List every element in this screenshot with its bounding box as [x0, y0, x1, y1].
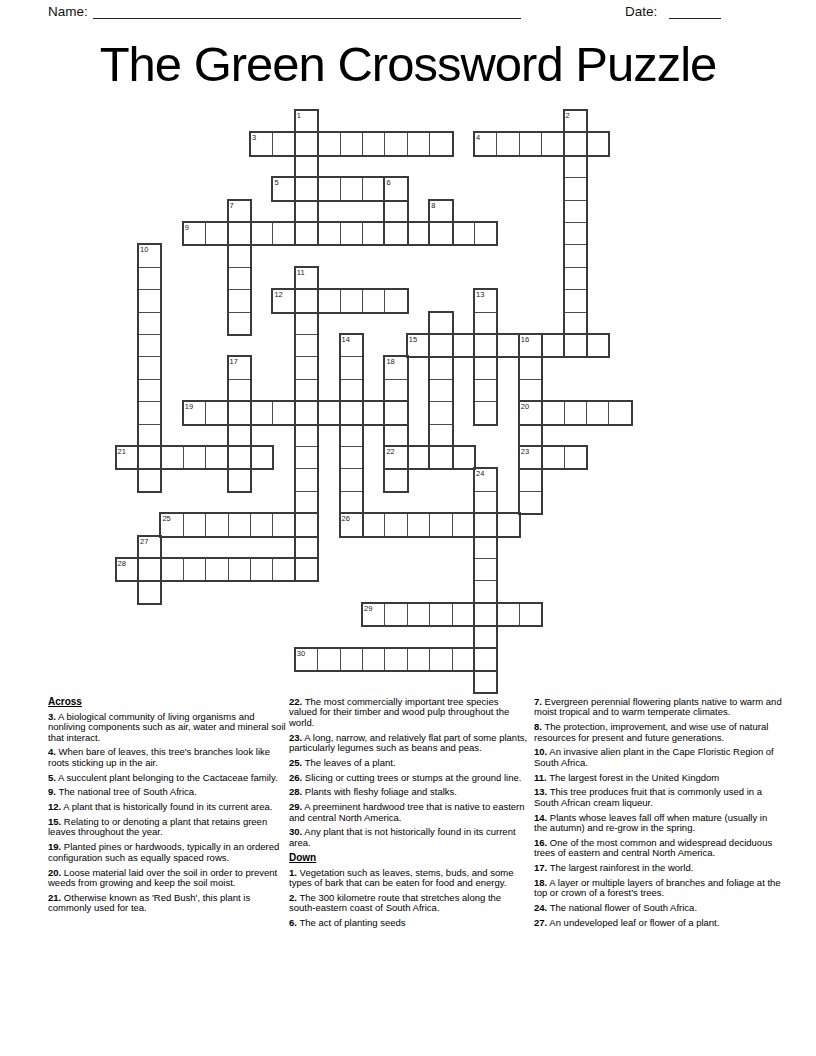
grid-cell[interactable]	[474, 580, 497, 603]
grid-cell[interactable]	[340, 177, 363, 200]
grid-cell[interactable]	[295, 491, 318, 514]
date-label: Date:	[625, 4, 657, 19]
grid-cell[interactable]	[228, 401, 251, 424]
grid-cell[interactable]	[250, 558, 273, 581]
grid-cell[interactable]	[474, 132, 497, 155]
across-header: Across	[48, 697, 286, 708]
grid-cell[interactable]	[340, 334, 363, 357]
clue: 16. One of the most common and widesprea…	[534, 838, 782, 859]
grid-cell[interactable]	[564, 401, 587, 424]
grid-cell[interactable]	[519, 132, 542, 155]
clue: 1. Vegetation such as leaves, stems, bud…	[289, 868, 529, 889]
grid-cell[interactable]	[295, 200, 318, 223]
grid-cell[interactable]	[295, 312, 318, 335]
grid-cell[interactable]	[384, 424, 407, 447]
grid-cell[interactable]	[429, 648, 452, 671]
grid-cell[interactable]	[407, 132, 430, 155]
grid-cell[interactable]	[564, 244, 587, 267]
grid-cell[interactable]	[295, 132, 318, 155]
grid-cell[interactable]	[586, 334, 609, 357]
grid-cell[interactable]	[362, 177, 385, 200]
grid-cell[interactable]	[228, 312, 251, 335]
grid-cell[interactable]	[228, 289, 251, 312]
grid-cell[interactable]	[519, 379, 542, 402]
grid-cell[interactable]	[519, 491, 542, 514]
clue: 15. Relating to or denoting a plant that…	[48, 817, 286, 838]
grid-cell[interactable]	[295, 334, 318, 357]
grid-cell[interactable]	[519, 468, 542, 491]
grid-cell[interactable]	[340, 289, 363, 312]
clue: 23. A long, narrow, and relatively flat …	[289, 733, 529, 754]
grid-cell[interactable]	[228, 222, 251, 245]
grid-cell[interactable]	[608, 401, 631, 424]
grid-cell[interactable]	[474, 356, 497, 379]
clue: 4. When bare of leaves, this tree's bran…	[48, 747, 286, 768]
grid-cell[interactable]	[317, 177, 340, 200]
grid-cell[interactable]	[295, 155, 318, 178]
grid-cell[interactable]	[183, 446, 206, 469]
grid-cell[interactable]	[362, 132, 385, 155]
grid-cell[interactable]	[116, 446, 139, 469]
clue: 18. A layer or multiple layers of branch…	[534, 878, 782, 899]
grid-cell[interactable]	[429, 334, 452, 357]
grid-cell[interactable]	[496, 132, 519, 155]
grid-cell[interactable]	[564, 289, 587, 312]
clue: 24. The national flower of South Africa.	[534, 903, 782, 913]
grid-cell[interactable]	[496, 603, 519, 626]
grid-cell[interactable]	[564, 132, 587, 155]
name-blank-line	[93, 4, 521, 19]
grid-cell[interactable]	[407, 334, 430, 357]
clue: 28. Plants with fleshy foliage and stalk…	[289, 787, 529, 797]
grid-cell[interactable]	[272, 558, 295, 581]
grid-cell[interactable]	[295, 222, 318, 245]
grid-cell[interactable]	[138, 468, 161, 491]
grid-cell[interactable]	[429, 603, 452, 626]
grid-cell[interactable]	[183, 401, 206, 424]
grid-cell[interactable]	[317, 648, 340, 671]
grid-cell[interactable]	[138, 334, 161, 357]
grid-cell[interactable]	[250, 132, 273, 155]
grid-cell[interactable]	[295, 468, 318, 491]
grid-cell[interactable]	[228, 379, 251, 402]
grid-cell[interactable]	[138, 244, 161, 267]
grid-cell[interactable]	[362, 603, 385, 626]
grid-cell[interactable]	[541, 132, 564, 155]
grid-cell[interactable]	[384, 603, 407, 626]
grid-cell[interactable]	[272, 177, 295, 200]
grid-cell[interactable]	[295, 424, 318, 447]
grid-cell[interactable]	[160, 558, 183, 581]
clue: 30. Any plant that is not historically f…	[289, 827, 529, 848]
grid-cell[interactable]	[295, 379, 318, 402]
grid-cell[interactable]	[429, 356, 452, 379]
clues-column-3: 7. Evergreen perennial flowering plants …	[534, 697, 782, 933]
grid-cell[interactable]	[474, 648, 497, 671]
grid-cell[interactable]	[564, 312, 587, 335]
grid-cell[interactable]	[295, 536, 318, 559]
clue: 7. Evergreen perennial flowering plants …	[534, 697, 782, 718]
clue: 21. Otherwise known as 'Red Bush', this …	[48, 893, 286, 914]
grid-cell[interactable]	[272, 289, 295, 312]
grid-cell[interactable]	[228, 356, 251, 379]
grid-cell[interactable]	[362, 513, 385, 536]
grid-cell[interactable]	[295, 110, 318, 133]
grid-cell[interactable]	[586, 132, 609, 155]
grid-cell[interactable]	[429, 401, 452, 424]
clue: 27. An undeveloped leaf or flower of a p…	[534, 918, 782, 928]
grid-cell[interactable]	[474, 222, 497, 245]
grid-cell[interactable]	[183, 513, 206, 536]
grid-cell[interactable]	[340, 648, 363, 671]
grid-cell[interactable]	[474, 334, 497, 357]
grid-cell[interactable]	[228, 558, 251, 581]
grid-cell[interactable]	[228, 513, 251, 536]
clue: 11. The largest forest in the United Kin…	[534, 773, 782, 783]
clue: 13. This tree produces fruit that is com…	[534, 787, 782, 808]
grid-cell[interactable]	[295, 267, 318, 290]
grid-cell[interactable]	[384, 356, 407, 379]
grid-cell[interactable]	[541, 446, 564, 469]
clue: 19. Planted pines or hardwoods, typicall…	[48, 842, 286, 863]
grid-cell[interactable]	[407, 222, 430, 245]
grid-cell[interactable]	[429, 379, 452, 402]
clue: 20. Loose material laid over the soil in…	[48, 868, 286, 889]
grid-cell[interactable]	[474, 625, 497, 648]
grid-cell[interactable]	[541, 401, 564, 424]
grid-cell[interactable]	[496, 334, 519, 357]
clue: 25. The leaves of a plant.	[289, 758, 529, 768]
grid-cell[interactable]	[138, 312, 161, 335]
clue: 9. The national tree of South Africa.	[48, 787, 286, 797]
grid-cell[interactable]	[272, 401, 295, 424]
grid-cell[interactable]	[519, 401, 542, 424]
grid-cell[interactable]	[295, 289, 318, 312]
sheet-header: Name: Date:	[0, 0, 816, 30]
grid-cell[interactable]	[564, 155, 587, 178]
grid-cell[interactable]	[452, 446, 475, 469]
grid-cell[interactable]	[138, 267, 161, 290]
grid-cell[interactable]	[474, 379, 497, 402]
clue: 17. The largest rainforest in the world.	[534, 863, 782, 873]
clue: 10. An invasive alien plant in the Cape …	[534, 747, 782, 768]
grid-cell[interactable]	[295, 177, 318, 200]
clue: 14. Plants whose leaves fall off when ma…	[534, 813, 782, 834]
grid-cell[interactable]	[519, 424, 542, 447]
grid-cell[interactable]	[519, 356, 542, 379]
grid-cell[interactable]	[317, 132, 340, 155]
grid-cell[interactable]	[340, 513, 363, 536]
grid-cell[interactable]	[250, 446, 273, 469]
grid-cell[interactable]	[474, 670, 497, 693]
grid-cell[interactable]	[586, 401, 609, 424]
grid-cell[interactable]	[317, 222, 340, 245]
grid-cell[interactable]	[138, 424, 161, 447]
down-header: Down	[289, 853, 529, 864]
grid-cell[interactable]	[272, 222, 295, 245]
grid-cell[interactable]	[541, 334, 564, 357]
grid-cell[interactable]	[429, 513, 452, 536]
grid-cell[interactable]	[228, 446, 251, 469]
clues-column-1: Across 3. A biological community of livi…	[48, 697, 286, 918]
grid-cell[interactable]	[362, 401, 385, 424]
grid-cell[interactable]	[340, 491, 363, 514]
grid-cell[interactable]	[384, 401, 407, 424]
grid-cell[interactable]	[138, 446, 161, 469]
grid-cell[interactable]	[295, 446, 318, 469]
name-label: Name:	[48, 4, 88, 19]
grid-cell[interactable]	[384, 200, 407, 223]
grid-cell[interactable]	[362, 648, 385, 671]
grid-cell[interactable]	[205, 558, 228, 581]
grid-cell[interactable]	[429, 132, 452, 155]
date-blank-line	[669, 4, 721, 19]
grid-cell[interactable]	[407, 648, 430, 671]
grid-cell[interactable]	[205, 513, 228, 536]
grid-cell[interactable]	[340, 132, 363, 155]
grid-cell[interactable]	[116, 558, 139, 581]
grid-cell[interactable]	[474, 491, 497, 514]
grid-cell[interactable]	[138, 401, 161, 424]
grid-cell[interactable]	[384, 468, 407, 491]
clue: 2. The 300 kilometre route that stretche…	[289, 893, 529, 914]
clue: 29. A preeminent hardwood tree that is n…	[289, 802, 529, 823]
clue: 8. The protection, improvement, and wise…	[534, 722, 782, 743]
grid-cell[interactable]	[340, 468, 363, 491]
grid-cell[interactable]	[474, 513, 497, 536]
grid-cell[interactable]	[340, 379, 363, 402]
grid-cell[interactable]	[452, 603, 475, 626]
grid-cell[interactable]	[429, 446, 452, 469]
page-title: The Green Crossword Puzzle	[0, 36, 816, 92]
grid-cell[interactable]	[452, 513, 475, 536]
grid-cell[interactable]	[183, 222, 206, 245]
grid-cell[interactable]	[295, 513, 318, 536]
grid-cell[interactable]	[474, 536, 497, 559]
grid-cell[interactable]	[474, 603, 497, 626]
clue: 26. Slicing or cutting trees or stumps a…	[289, 773, 529, 783]
grid-cell[interactable]	[340, 401, 363, 424]
grid-cell[interactable]	[474, 558, 497, 581]
grid-cell[interactable]	[564, 334, 587, 357]
grid-cell[interactable]	[205, 401, 228, 424]
grid-cell[interactable]	[295, 558, 318, 581]
grid-cell[interactable]	[564, 446, 587, 469]
grid-cell[interactable]	[362, 222, 385, 245]
grid-cell[interactable]	[205, 222, 228, 245]
grid-cell[interactable]	[340, 356, 363, 379]
grid-cell[interactable]	[564, 222, 587, 245]
grid-cell[interactable]	[429, 312, 452, 335]
grid-cell[interactable]	[138, 536, 161, 559]
grid-cell[interactable]	[452, 334, 475, 357]
grid-cell[interactable]	[250, 401, 273, 424]
clue: 22. The most commercially important tree…	[289, 697, 529, 728]
grid-cell[interactable]	[205, 446, 228, 469]
grid-cell[interactable]	[228, 468, 251, 491]
grid-cell[interactable]	[362, 289, 385, 312]
grid-cell[interactable]	[160, 446, 183, 469]
grid-cell[interactable]	[384, 446, 407, 469]
clue: 5. A succulent plant belonging to the Ca…	[48, 773, 286, 783]
grid-cell[interactable]	[519, 603, 542, 626]
grid-cell[interactable]	[384, 222, 407, 245]
grid-cell[interactable]	[384, 513, 407, 536]
grid-cell[interactable]	[496, 513, 519, 536]
grid-cell[interactable]	[429, 222, 452, 245]
grid-cell[interactable]	[564, 177, 587, 200]
grid-cell[interactable]	[474, 401, 497, 424]
grid-cell[interactable]	[138, 356, 161, 379]
grid-cell[interactable]	[519, 446, 542, 469]
grid-cell[interactable]	[429, 424, 452, 447]
grid-cell[interactable]	[250, 513, 273, 536]
grid-cell[interactable]	[138, 289, 161, 312]
grid-cell[interactable]	[384, 379, 407, 402]
grid-cell[interactable]	[340, 446, 363, 469]
grid-cell[interactable]	[183, 558, 206, 581]
grid-cell[interactable]	[474, 312, 497, 335]
grid-cell[interactable]	[384, 648, 407, 671]
clue: 6. The act of planting seeds	[289, 918, 529, 928]
grid-cell[interactable]	[452, 222, 475, 245]
grid-cell[interactable]	[384, 132, 407, 155]
grid-cell[interactable]	[272, 513, 295, 536]
grid-cell[interactable]	[452, 648, 475, 671]
clue: 12. A plant that is historically found i…	[48, 802, 286, 812]
grid-cell[interactable]	[317, 289, 340, 312]
grid-cell[interactable]	[340, 222, 363, 245]
grid-cell[interactable]	[564, 267, 587, 290]
grid-cell[interactable]	[340, 424, 363, 447]
grid-cell[interactable]	[295, 356, 318, 379]
grid-cell[interactable]	[295, 401, 318, 424]
grid-cell[interactable]	[564, 110, 587, 133]
grid-cell[interactable]	[138, 558, 161, 581]
grid-cell[interactable]	[429, 200, 452, 223]
grid-cell[interactable]	[317, 401, 340, 424]
grid-cell[interactable]	[407, 446, 430, 469]
grid-cell[interactable]	[228, 424, 251, 447]
grid-cell[interactable]	[474, 289, 497, 312]
grid-cell[interactable]	[474, 468, 497, 491]
grid-cell[interactable]	[228, 267, 251, 290]
grid-cell[interactable]	[138, 580, 161, 603]
grid-cell[interactable]	[295, 648, 318, 671]
grid-cell[interactable]	[407, 603, 430, 626]
clues-column-2: 22. The most commercially important tree…	[289, 697, 529, 933]
grid-cell[interactable]	[160, 513, 183, 536]
grid-cell[interactable]	[564, 200, 587, 223]
clue: 3. A biological community of living orga…	[48, 712, 286, 743]
grid-cell[interactable]	[228, 200, 251, 223]
grid-cell[interactable]	[384, 177, 407, 200]
grid-cell[interactable]	[407, 513, 430, 536]
grid-cell[interactable]	[272, 132, 295, 155]
grid-cell[interactable]	[519, 334, 542, 357]
grid-cell[interactable]	[138, 379, 161, 402]
grid-cell[interactable]	[384, 289, 407, 312]
grid-cell[interactable]	[250, 222, 273, 245]
grid-cell[interactable]	[228, 244, 251, 267]
